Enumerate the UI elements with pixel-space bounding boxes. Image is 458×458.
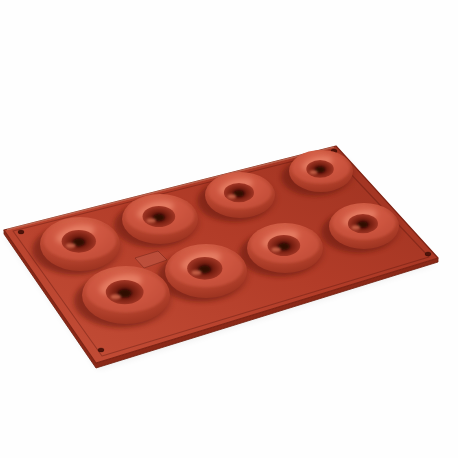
dimple-lip-highlight xyxy=(192,270,202,275)
dimple-lip-highlight xyxy=(66,243,76,248)
product-photo xyxy=(0,0,458,458)
dimple-lip-highlight xyxy=(228,194,236,198)
dimple-lip-highlight xyxy=(272,247,281,252)
corner-hole-3 xyxy=(425,252,431,256)
corner-hole-1 xyxy=(18,230,24,234)
dimple-lip-highlight xyxy=(310,170,318,174)
mold-scene xyxy=(0,0,458,458)
corner-hole-4 xyxy=(98,348,104,352)
dimple-lip-highlight xyxy=(147,218,156,223)
dimple-lip-highlight xyxy=(352,225,360,229)
dimple-lip-highlight xyxy=(111,294,122,299)
